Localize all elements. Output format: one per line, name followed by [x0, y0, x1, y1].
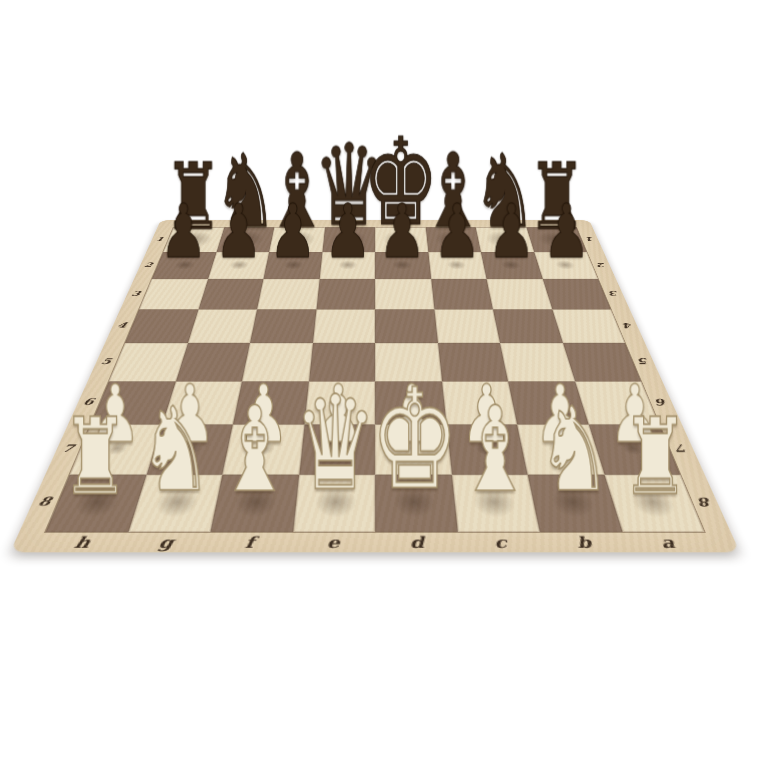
file-label-h: h: [37, 534, 127, 552]
piece-black-pawn[interactable]: ♟: [433, 194, 481, 268]
piece-white-bishop[interactable]: ♝: [218, 391, 293, 508]
piece-black-pawn[interactable]: ♟: [488, 194, 536, 268]
piece-black-pawn[interactable]: ♟: [269, 194, 317, 268]
piece-black-pawn[interactable]: ♟: [378, 194, 426, 268]
board-scene: hgfedcba1122334455667788 ♜♞♝♛♚♝♞♜♟♟♟♟♟♟♟…: [105, 73, 645, 613]
chess-board-mat: hgfedcba1122334455667788 ♜♞♝♛♚♝♞♜♟♟♟♟♟♟♟…: [10, 220, 740, 552]
piece-white-bishop[interactable]: ♝: [457, 391, 532, 508]
file-label-g: g: [121, 534, 209, 552]
piece-black-pawn[interactable]: ♟: [324, 194, 372, 268]
piece-white-king[interactable]: ♚: [370, 370, 459, 509]
file-label-e: e: [290, 534, 375, 552]
piece-white-rook[interactable]: ♜: [621, 403, 689, 509]
file-label-b: b: [540, 534, 628, 552]
piece-black-pawn[interactable]: ♟: [542, 194, 590, 268]
piece-white-queen[interactable]: ♛: [293, 378, 376, 508]
chess-photo-canvas: hgfedcba1122334455667788 ♜♞♝♛♚♝♞♜♟♟♟♟♟♟♟…: [0, 0, 760, 760]
piece-black-pawn[interactable]: ♟: [160, 194, 208, 268]
piece-white-knight[interactable]: ♞: [138, 393, 212, 509]
piece-white-rook[interactable]: ♜: [62, 403, 130, 509]
pieces-layer: ♜♞♝♛♚♝♞♜♟♟♟♟♟♟♟♟♟♟♟♟♟♟♟♟♜♞♝♛♚♝♞♜: [10, 220, 740, 552]
file-label-c: c: [458, 534, 544, 552]
file-label-f: f: [206, 534, 292, 552]
file-label-a: a: [623, 534, 713, 552]
file-label-d: d: [375, 534, 460, 552]
piece-black-pawn[interactable]: ♟: [215, 194, 263, 268]
piece-white-knight[interactable]: ♞: [538, 393, 612, 509]
